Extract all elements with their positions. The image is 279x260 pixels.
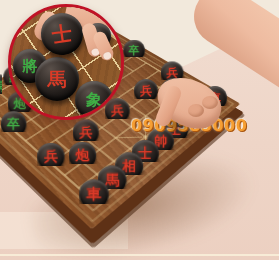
zoom-inset-circle: 將 象 馬 士 (8, 4, 124, 120)
red-piece[interactable]: 車 (79, 179, 109, 209)
intersection-r3c8[interactable]: 卒 (122, 48, 147, 63)
knuckle (188, 104, 204, 117)
green-piece[interactable]: 卒 (123, 40, 144, 61)
fingernail (102, 51, 112, 61)
green-piece[interactable]: 馬 (0, 74, 10, 97)
product-photo-scene: 車馬象士將士象馬車炮炮卒卒卒卒卒兵兵兵兵兵炮炮車馬相士帥士相馬車 0909585… (0, 0, 279, 260)
intersection-r4c7[interactable] (121, 63, 147, 79)
intersection-r5c8[interactable] (146, 63, 171, 79)
intersection-r5c7[interactable] (133, 71, 159, 88)
intersection-r5c6[interactable] (119, 79, 146, 97)
red-piece[interactable]: 兵 (134, 79, 158, 103)
knuckle (202, 96, 218, 109)
inset-piece-horse[interactable]: 馬 (35, 57, 79, 101)
intersection-r4c8[interactable] (134, 55, 159, 71)
bottom-border-line (0, 254, 279, 256)
